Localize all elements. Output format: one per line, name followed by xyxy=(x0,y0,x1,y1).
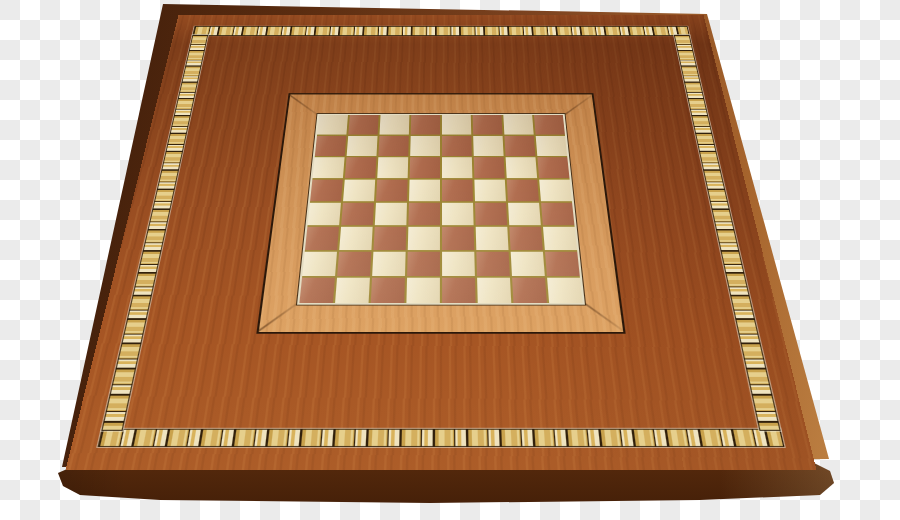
square-g4[interactable] xyxy=(508,203,541,226)
square-c6[interactable] xyxy=(377,157,408,178)
square-d4[interactable] xyxy=(408,203,440,226)
board-frame xyxy=(256,93,625,333)
square-h5[interactable] xyxy=(539,180,572,202)
square-f8[interactable] xyxy=(473,115,503,134)
chessboard-grid xyxy=(299,115,582,303)
square-b6[interactable] xyxy=(345,157,377,178)
mahogany-surface xyxy=(66,15,817,470)
square-f5[interactable] xyxy=(474,180,506,202)
square-f2[interactable] xyxy=(476,252,510,276)
square-e1[interactable] xyxy=(442,278,476,303)
square-d3[interactable] xyxy=(408,227,440,250)
square-d7[interactable] xyxy=(410,136,440,156)
square-d5[interactable] xyxy=(409,180,440,202)
square-e7[interactable] xyxy=(442,136,472,156)
board-photo-canvas xyxy=(0,0,900,520)
marquetry-band-bottom xyxy=(98,429,785,447)
square-g8[interactable] xyxy=(503,115,533,134)
square-h6[interactable] xyxy=(537,157,569,178)
square-b8[interactable] xyxy=(348,115,378,134)
square-g3[interactable] xyxy=(509,227,542,250)
square-b5[interactable] xyxy=(343,180,375,202)
square-f1[interactable] xyxy=(477,278,511,303)
square-a5[interactable] xyxy=(310,180,343,202)
square-d6[interactable] xyxy=(410,157,440,178)
marquetry-band-top xyxy=(192,26,689,36)
square-b1[interactable] xyxy=(335,278,370,303)
board-3d-scene xyxy=(66,15,817,470)
square-h2[interactable] xyxy=(545,252,580,276)
square-e3[interactable] xyxy=(442,227,474,250)
square-h8[interactable] xyxy=(534,115,565,134)
square-b4[interactable] xyxy=(341,203,374,226)
square-f4[interactable] xyxy=(475,203,507,226)
square-c8[interactable] xyxy=(380,115,410,134)
square-e5[interactable] xyxy=(442,180,473,202)
square-a1[interactable] xyxy=(299,278,335,303)
square-h7[interactable] xyxy=(536,136,567,156)
square-f3[interactable] xyxy=(476,227,509,250)
square-a6[interactable] xyxy=(313,157,345,178)
square-e4[interactable] xyxy=(442,203,474,226)
square-e6[interactable] xyxy=(442,157,472,178)
square-e8[interactable] xyxy=(442,115,471,134)
square-c4[interactable] xyxy=(375,203,407,226)
chessboard xyxy=(297,114,585,305)
square-a2[interactable] xyxy=(302,252,337,276)
frame-miter-joint xyxy=(579,300,624,332)
square-b2[interactable] xyxy=(337,252,371,276)
square-h1[interactable] xyxy=(547,278,583,303)
square-f7[interactable] xyxy=(473,136,503,156)
square-d2[interactable] xyxy=(407,252,440,276)
square-g5[interactable] xyxy=(507,180,539,202)
square-h3[interactable] xyxy=(543,227,577,250)
frame-miter-joint xyxy=(257,300,302,332)
square-g7[interactable] xyxy=(504,136,535,156)
square-b7[interactable] xyxy=(347,136,378,156)
frame-miter-joint xyxy=(560,94,593,117)
square-h4[interactable] xyxy=(541,203,574,226)
square-c7[interactable] xyxy=(378,136,408,156)
square-c5[interactable] xyxy=(376,180,408,202)
square-a4[interactable] xyxy=(308,203,341,226)
square-g2[interactable] xyxy=(511,252,545,276)
square-d8[interactable] xyxy=(411,115,440,134)
square-f6[interactable] xyxy=(474,157,505,178)
square-g1[interactable] xyxy=(512,278,547,303)
square-c2[interactable] xyxy=(372,252,406,276)
square-a7[interactable] xyxy=(315,136,346,156)
square-e2[interactable] xyxy=(442,252,475,276)
square-a8[interactable] xyxy=(317,115,348,134)
square-a3[interactable] xyxy=(305,227,339,250)
square-g6[interactable] xyxy=(506,157,538,178)
square-b3[interactable] xyxy=(339,227,372,250)
square-c1[interactable] xyxy=(371,278,405,303)
square-c3[interactable] xyxy=(373,227,406,250)
square-d1[interactable] xyxy=(406,278,440,303)
